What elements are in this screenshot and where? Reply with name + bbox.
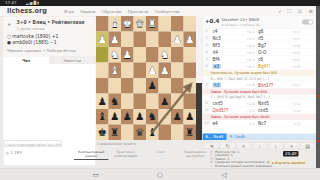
white-move-eval: +0.5	[242, 50, 257, 54]
board[interactable]: ♝♚♛♜♟♟♟♟♞♟♞♝♟♟♟♟♞♟♝♟♟♟♞♟♟♚♜♛♝♜	[96, 16, 196, 140]
square-b5[interactable]	[171, 78, 184, 94]
square-f6[interactable]	[121, 94, 134, 110]
nav-item-4[interactable]: Просмотр	[128, 9, 149, 14]
piece-black-pawn: ♟	[184, 109, 197, 125]
blunder-marker	[317, 140, 319, 142]
piece-white-pawn: ♟	[96, 32, 109, 48]
blunder-marker	[317, 95, 319, 97]
square-f1[interactable]: ♚	[121, 16, 134, 32]
black-move[interactable]: Nxd5	[256, 101, 287, 106]
nav-item-3[interactable]: Обучение	[101, 9, 121, 14]
square-h2[interactable]: ♟	[96, 32, 109, 48]
current-move[interactable]: 8... Nxd5	[203, 134, 227, 141]
piece-black-bishop: ♝	[146, 125, 159, 141]
piece-black-pawn: ♟	[159, 94, 172, 110]
square-c4[interactable]: ♟	[159, 63, 172, 79]
square-a7[interactable]: ♟	[184, 109, 197, 125]
piece-white-pawn: ♟	[121, 47, 134, 63]
square-a8[interactable]: ♜	[184, 125, 197, 141]
piece-black-rook: ♜	[184, 125, 197, 141]
square-c2[interactable]	[159, 32, 172, 48]
square-d5[interactable]: ♟	[146, 78, 159, 94]
piece-black-queen: ♛	[134, 125, 147, 141]
black-move[interactable]: Nc7	[256, 121, 287, 126]
piece-black-king: ♚	[96, 125, 109, 141]
menu-icon[interactable]: ≡	[308, 8, 313, 15]
piece-black-knight: ♞	[146, 109, 159, 125]
white-move[interactable]: c4	[211, 29, 242, 34]
game-date: 1 день назад	[17, 26, 45, 31]
next-move-icon[interactable]: ›	[268, 142, 283, 149]
white-move-eval: −1.3	[242, 121, 257, 125]
white-move-eval: +0.2	[242, 29, 257, 33]
move-number: 9	[203, 107, 211, 114]
signal-icon: ▂▅█	[26, 1, 37, 5]
move-row: 1c4+0.2g6+0.3	[203, 28, 317, 35]
square-b6[interactable]	[171, 94, 184, 110]
square-g7[interactable]: ♟	[109, 109, 122, 125]
game-meta-card: ⚡ 3+0 • Блиц • Рейтинговая 1 день назад …	[4, 18, 96, 58]
bottom-tab-1[interactable]: Компьютерный анализ	[74, 149, 109, 160]
white-move[interactable]: Bf4	[211, 57, 242, 62]
black-move[interactable]: Bg4?!	[256, 64, 287, 69]
white-move-eval: +0.3	[242, 64, 257, 68]
nav-item-1[interactable]: Игра	[64, 9, 74, 14]
white-move-eval: +0.3	[242, 57, 257, 61]
piece-white-queen: ♛	[134, 16, 147, 32]
analysis-summary: !?Неточности: 1?Ошибки: 1??Зевки: 2ØСред…	[210, 150, 280, 168]
square-e2[interactable]	[134, 32, 147, 48]
piece-white-knight: ♞	[159, 47, 172, 63]
square-e8[interactable]: ♛	[134, 125, 147, 141]
white-move-chip[interactable]: e3	[213, 64, 221, 69]
search-icon[interactable]: ⌕	[279, 8, 282, 15]
move-row: 6e3+0.3Bg4?!+0.9	[203, 63, 317, 70]
piece-white-knight: ♞	[109, 47, 122, 63]
move-row: 10e4−1.3Nc7−1.2	[203, 120, 317, 127]
piece-white-king: ♚	[121, 16, 134, 32]
black-move-eval: +0.5	[287, 36, 302, 40]
piece-white-rook: ♜	[146, 16, 159, 32]
square-g5[interactable]	[109, 78, 122, 94]
menu-icon[interactable]: ≡	[204, 142, 219, 149]
piece-black-pawn: ♟	[146, 78, 159, 94]
move-number: 6	[203, 63, 211, 70]
square-g2[interactable]: ♟	[109, 32, 122, 48]
piece-white-pawn: ♟	[184, 32, 197, 48]
square-e7[interactable]: ♟	[134, 109, 147, 125]
white-move-eval: +1.9	[242, 101, 257, 105]
eval-value: +0.4	[205, 18, 219, 25]
move-number: 10	[203, 120, 211, 127]
white-move-chip[interactable]: h3	[213, 82, 221, 87]
move-row: 4d4+0.5O-O+0.6	[203, 49, 317, 56]
viewers-count: ◎ 1 189	[6, 151, 22, 156]
move-number: 5	[203, 56, 211, 63]
black-move[interactable]: g6	[256, 29, 287, 34]
square-e1[interactable]: ♛	[134, 16, 147, 32]
black-player[interactable]: ● amb0b0l (1885) −1	[7, 40, 57, 45]
piece-black-knight: ♞	[109, 94, 122, 110]
square-b1[interactable]	[171, 16, 184, 32]
home-icon[interactable]: ○	[157, 171, 163, 179]
next-move[interactable]: 9. Qxd5	[227, 134, 249, 141]
move-row: 3Nf3+0.4Bg7+0.8	[203, 42, 317, 49]
piece-white-bishop: ♝	[109, 16, 122, 32]
piece-white-pawn: ♟	[159, 63, 172, 79]
square-c7[interactable]	[159, 109, 172, 125]
move-number: 7	[203, 82, 211, 89]
square-h5[interactable]	[96, 78, 109, 94]
square-a1[interactable]	[184, 16, 197, 32]
black-move-eval: +0.3	[287, 29, 302, 33]
bottom-tab-3[interactable]: Счёт	[143, 149, 178, 160]
square-f4[interactable]	[121, 63, 134, 79]
piece-black-pawn: ♟	[121, 109, 134, 125]
square-h1[interactable]	[96, 16, 109, 32]
game-meta-title: 3+0 • Блиц • Рейтинговая	[17, 20, 85, 25]
square-d4[interactable]: ♟	[146, 63, 159, 79]
main-nav: ИграЗадачиОбучениеПросмотрСообщество	[64, 9, 186, 14]
square-c3[interactable]: ♞	[159, 47, 172, 63]
white-move[interactable]: Nf3	[211, 43, 242, 48]
android-nav-bar: ▭○◁	[0, 168, 320, 180]
last-move-icon[interactable]: »	[284, 142, 299, 149]
square-g6[interactable]: ♞	[109, 94, 122, 110]
engine-toggle-knob	[309, 20, 313, 24]
square-c5[interactable]	[159, 78, 172, 94]
move-number: 3	[203, 42, 211, 49]
move-number: 2	[203, 35, 211, 42]
square-e5[interactable]	[134, 78, 147, 94]
square-a5[interactable]	[184, 78, 197, 94]
square-f3[interactable]: ♟	[121, 47, 134, 63]
black-move-eval: −1.4	[287, 108, 302, 112]
engine-subtitle: в облаке • глубина 36	[222, 23, 260, 27]
square-e4[interactable]	[134, 63, 147, 79]
move-number: 8	[203, 100, 211, 107]
move-row: 7h3+0.8Bxh1??+2.1	[203, 82, 317, 89]
white-move-eval: +0.4	[242, 43, 257, 47]
challenge-icon[interactable]: ⚔	[297, 8, 302, 15]
first-move-icon[interactable]: «	[236, 142, 251, 149]
engine-header: +0.4 Stockfish 14+ NNUE в облаке • глуби…	[203, 16, 317, 29]
game-side-panel: ⚡ 3+0 • Блиц • Рейтинговая 1 день назад …	[3, 16, 96, 166]
white-move-eval: +0.8	[242, 83, 257, 87]
black-move-eval: +2.0	[287, 101, 302, 105]
square-h6[interactable]: ♟	[96, 94, 109, 110]
square-a2[interactable]: ♟	[184, 32, 197, 48]
video-timestamp: 23:49	[283, 151, 299, 157]
black-move[interactable]: Bxh1??	[256, 82, 287, 87]
square-e6[interactable]	[134, 94, 147, 110]
move-row: 9Qxd5??−1.2cxd5−1.4	[203, 107, 317, 114]
summary-mark: ✓	[210, 164, 215, 168]
square-b4[interactable]	[171, 63, 184, 79]
black-move[interactable]: O-O	[256, 50, 287, 55]
piece-white-pawn: ♟	[171, 32, 184, 48]
analysis-panel: +0.4 Stockfish 14+ NNUE в облаке • глуби…	[202, 16, 316, 140]
flip-board-icon[interactable]: ↻	[220, 142, 235, 149]
piece-white-pawn: ♟	[146, 63, 159, 79]
analysis-toolbar: ≡↻«‹›»▤	[204, 142, 316, 149]
piece-black-pawn: ♟	[134, 109, 147, 125]
square-g1[interactable]: ♝	[109, 16, 122, 32]
black-move-eval: +0.6	[287, 50, 302, 54]
white-move[interactable]: e3	[211, 64, 242, 69]
battery-icon: ▮	[37, 1, 40, 5]
square-h7[interactable]: ♝	[96, 109, 109, 125]
square-b8[interactable]	[171, 125, 184, 141]
bottom-tab-2[interactable]: Практика с компьютером	[109, 149, 144, 160]
move-number: 4	[203, 49, 211, 56]
nav-item-5[interactable]: Сообщество	[154, 9, 180, 14]
square-g3[interactable]: ♞	[109, 47, 122, 63]
black-move[interactable]: Bg7	[256, 43, 287, 48]
square-h8[interactable]: ♚	[96, 125, 109, 141]
square-h3[interactable]	[96, 47, 109, 63]
square-d6[interactable]	[146, 94, 159, 110]
white-move[interactable]: e4	[211, 121, 242, 126]
prev-move-icon[interactable]: ‹	[252, 142, 267, 149]
move-list[interactable]: 1c4+0.2g6+0.32Nc3+0.3d5+0.53Nf3+0.4Bg7+0…	[203, 28, 317, 134]
square-b3[interactable]	[171, 47, 184, 63]
square-d8[interactable]: ♝	[146, 125, 159, 141]
back-icon[interactable]: ◁	[222, 171, 227, 179]
square-c8[interactable]	[159, 125, 172, 141]
fen-input[interactable]: r2bq1rk/pp1npppb/2p3np/3p4/2PP2B1/2N2PN1…	[5, 141, 62, 148]
move-number: 1	[203, 28, 211, 35]
square-g8[interactable]: ♜	[109, 125, 122, 141]
square-h4[interactable]	[96, 63, 109, 79]
white-move[interactable]: d4	[211, 50, 242, 55]
blitz-icon: ⚡	[7, 21, 12, 29]
black-move-eval: +2.1	[287, 83, 302, 87]
square-d1[interactable]: ♜	[146, 16, 159, 32]
square-b2[interactable]: ♟	[171, 32, 184, 48]
black-move[interactable]: c6	[256, 57, 287, 62]
black-move-eval: +0.9	[287, 64, 302, 68]
site-header: lichess.org ИграЗадачиОбучениеПросмотрСо…	[0, 6, 320, 17]
square-a4[interactable]	[184, 63, 197, 79]
black-move[interactable]: d5	[256, 36, 287, 41]
game-result: Чёрные сдались • Победа белых	[7, 49, 76, 54]
square-c1[interactable]	[159, 16, 172, 32]
square-f2[interactable]	[121, 32, 134, 48]
scrollbar[interactable]	[316, 6, 320, 168]
square-d3[interactable]	[146, 47, 159, 63]
lichess-logo[interactable]: lichess.org	[7, 7, 47, 15]
opening-name: Современная защита	[97, 142, 137, 146]
white-move[interactable]: Nc3	[211, 36, 242, 41]
move-row: 8cxd5+1.9Nxd5+2.0	[203, 100, 317, 107]
black-move-eval: +0.5	[287, 57, 302, 61]
black-move-eval: −1.2	[287, 121, 302, 125]
fullscreen-icon[interactable]: ⛶	[288, 8, 292, 15]
move-row: 2Nc3+0.3d5+0.5	[203, 35, 317, 42]
white-move-eval: +0.3	[242, 36, 257, 40]
chat-tab-1[interactable]: Чат	[4, 57, 50, 65]
android-screen: 17:47 ▂▅█▮ lichess.org ИграЗадачиОбучени…	[0, 0, 320, 180]
analysis-bottom-tabs: Компьютерный анализПрактика с компьютеро…	[74, 149, 212, 160]
square-d7[interactable]: ♞	[146, 109, 159, 125]
white-move-eval: −1.2	[242, 108, 257, 112]
square-e3[interactable]	[134, 47, 147, 63]
black-move[interactable]: cxd5	[256, 108, 287, 113]
black-move-eval: +0.8	[287, 43, 302, 47]
learn-from-mistakes-button[interactable]: ▸ Изучить ошибки	[270, 160, 307, 165]
square-d2[interactable]	[146, 32, 159, 48]
current-move-bar[interactable]: 8... Nxd5 9. Qxd5	[203, 134, 317, 141]
recents-icon[interactable]: ▭	[93, 171, 99, 179]
nav-item-2[interactable]: Задачи	[80, 9, 95, 14]
square-a3[interactable]	[184, 47, 197, 63]
piece-black-pawn: ♟	[96, 94, 109, 110]
piece-white-bishop: ♝	[109, 63, 122, 79]
white-player[interactable]: ○ martovka (1890) +1	[7, 34, 58, 39]
chat-area[interactable]	[4, 64, 96, 138]
piece-black-pawn: ♟	[109, 109, 122, 125]
header-icons: ⌕⛶⚔≡	[273, 8, 313, 15]
board-list-icon[interactable]: ▤	[300, 142, 315, 149]
engine-name: Stockfish 14+ NNUE	[222, 18, 260, 23]
piece-black-rook: ♜	[109, 125, 122, 141]
square-f5[interactable]	[121, 78, 134, 94]
square-b7[interactable]: ♟	[171, 109, 184, 125]
square-g4[interactable]: ♝	[109, 63, 122, 79]
bottom-tab-4[interactable]: Подсказки и настройки	[178, 149, 213, 160]
piece-black-bishop: ♝	[96, 109, 109, 125]
piece-white-pawn: ♟	[109, 32, 122, 48]
move-row: 5Bf4+0.3c6+0.5	[203, 56, 317, 63]
white-move[interactable]: h3	[211, 82, 242, 87]
chat-tabs: ЧатЗаметки	[4, 57, 96, 65]
square-f8[interactable]	[121, 125, 134, 141]
square-f7[interactable]: ♟	[121, 109, 134, 125]
white-move[interactable]: Qxd5??	[211, 108, 242, 113]
chat-tab-2[interactable]: Заметки	[50, 57, 96, 65]
square-a6[interactable]	[184, 94, 197, 110]
engine-toggle[interactable]	[302, 20, 313, 25]
piece-black-pawn: ♟	[171, 109, 184, 125]
square-c6[interactable]: ♟	[159, 94, 172, 110]
white-move[interactable]: cxd5	[211, 101, 242, 106]
